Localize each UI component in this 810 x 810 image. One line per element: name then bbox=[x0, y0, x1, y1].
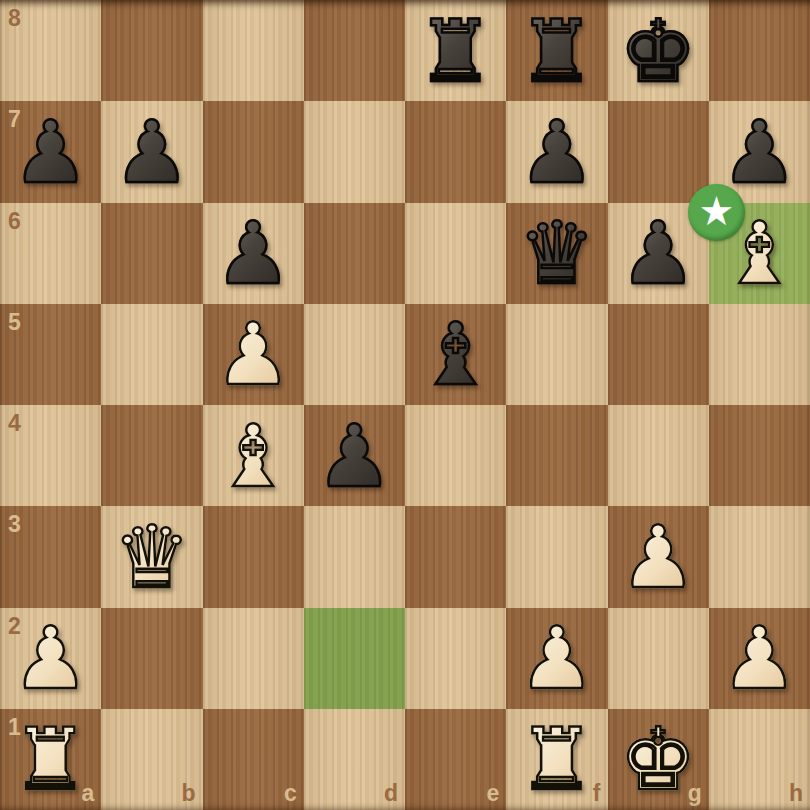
square-e3[interactable] bbox=[405, 506, 506, 607]
white-king[interactable]: ♚ bbox=[608, 709, 709, 810]
square-g2[interactable] bbox=[608, 608, 709, 709]
black-pawn[interactable]: ♟ bbox=[203, 203, 304, 304]
square-b3[interactable]: ♛ bbox=[101, 506, 202, 607]
square-e6[interactable] bbox=[405, 203, 506, 304]
square-b5[interactable] bbox=[101, 304, 202, 405]
white-rook[interactable]: ♜ bbox=[0, 709, 101, 810]
star-icon: ★ bbox=[699, 191, 735, 231]
square-a7[interactable]: 7♟ bbox=[0, 101, 101, 202]
chess-board: 8♜♜♚7♟♟♟♟6♟♛♟♝5♟♝4♝♟3♛♟2♟♟♟1a♜bcdef♜g♚h bbox=[0, 0, 810, 810]
square-b4[interactable] bbox=[101, 405, 202, 506]
black-pawn[interactable]: ♟ bbox=[506, 101, 607, 202]
square-a6[interactable]: 6 bbox=[0, 203, 101, 304]
white-queen[interactable]: ♛ bbox=[101, 506, 202, 607]
square-f8[interactable]: ♜ bbox=[506, 0, 607, 101]
square-b1[interactable]: b bbox=[101, 709, 202, 810]
file-label-c: c bbox=[284, 780, 297, 807]
white-pawn[interactable]: ♟ bbox=[203, 304, 304, 405]
square-e4[interactable] bbox=[405, 405, 506, 506]
square-c6[interactable]: ♟ bbox=[203, 203, 304, 304]
black-king[interactable]: ♚ bbox=[608, 0, 709, 101]
chess-app-stage: 8♜♜♚7♟♟♟♟6♟♛♟♝5♟♝4♝♟3♛♟2♟♟♟1a♜bcdef♜g♚h … bbox=[0, 0, 810, 810]
file-label-d: d bbox=[384, 780, 398, 807]
square-g5[interactable] bbox=[608, 304, 709, 405]
square-e5[interactable]: ♝ bbox=[405, 304, 506, 405]
file-label-h: h bbox=[789, 780, 803, 807]
square-e1[interactable]: e bbox=[405, 709, 506, 810]
square-d6[interactable] bbox=[304, 203, 405, 304]
square-f5[interactable] bbox=[506, 304, 607, 405]
square-a2[interactable]: 2♟ bbox=[0, 608, 101, 709]
black-bishop[interactable]: ♝ bbox=[405, 304, 506, 405]
square-h5[interactable] bbox=[709, 304, 810, 405]
square-c3[interactable] bbox=[203, 506, 304, 607]
square-g4[interactable] bbox=[608, 405, 709, 506]
rank-label-6: 6 bbox=[8, 208, 21, 235]
square-a1[interactable]: 1a♜ bbox=[0, 709, 101, 810]
square-e8[interactable]: ♜ bbox=[405, 0, 506, 101]
black-pawn[interactable]: ♟ bbox=[304, 405, 405, 506]
square-c2[interactable] bbox=[203, 608, 304, 709]
square-f1[interactable]: f♜ bbox=[506, 709, 607, 810]
square-c1[interactable]: c bbox=[203, 709, 304, 810]
square-h8[interactable] bbox=[709, 0, 810, 101]
rank-label-3: 3 bbox=[8, 511, 21, 538]
square-b7[interactable]: ♟ bbox=[101, 101, 202, 202]
square-c5[interactable]: ♟ bbox=[203, 304, 304, 405]
black-pawn[interactable]: ♟ bbox=[0, 101, 101, 202]
square-d2[interactable] bbox=[304, 608, 405, 709]
square-f4[interactable] bbox=[506, 405, 607, 506]
white-rook[interactable]: ♜ bbox=[506, 709, 607, 810]
square-g8[interactable]: ♚ bbox=[608, 0, 709, 101]
square-d3[interactable] bbox=[304, 506, 405, 607]
square-g7[interactable] bbox=[608, 101, 709, 202]
square-f7[interactable]: ♟ bbox=[506, 101, 607, 202]
square-b8[interactable] bbox=[101, 0, 202, 101]
square-a3[interactable]: 3 bbox=[0, 506, 101, 607]
best-move-badge: ★ bbox=[688, 184, 745, 241]
black-queen[interactable]: ♛ bbox=[506, 203, 607, 304]
square-c7[interactable] bbox=[203, 101, 304, 202]
square-f6[interactable]: ♛ bbox=[506, 203, 607, 304]
square-d4[interactable]: ♟ bbox=[304, 405, 405, 506]
white-pawn[interactable]: ♟ bbox=[608, 506, 709, 607]
white-pawn[interactable]: ♟ bbox=[506, 608, 607, 709]
rank-label-4: 4 bbox=[8, 410, 21, 437]
black-rook[interactable]: ♜ bbox=[405, 0, 506, 101]
square-a4[interactable]: 4 bbox=[0, 405, 101, 506]
white-pawn[interactable]: ♟ bbox=[709, 608, 810, 709]
square-h2[interactable]: ♟ bbox=[709, 608, 810, 709]
square-d1[interactable]: d bbox=[304, 709, 405, 810]
square-d8[interactable] bbox=[304, 0, 405, 101]
rank-label-8: 8 bbox=[8, 5, 21, 32]
black-pawn[interactable]: ♟ bbox=[101, 101, 202, 202]
square-c8[interactable] bbox=[203, 0, 304, 101]
square-h1[interactable]: h bbox=[709, 709, 810, 810]
square-h4[interactable] bbox=[709, 405, 810, 506]
square-g1[interactable]: g♚ bbox=[608, 709, 709, 810]
square-f3[interactable] bbox=[506, 506, 607, 607]
square-e2[interactable] bbox=[405, 608, 506, 709]
square-a5[interactable]: 5 bbox=[0, 304, 101, 405]
square-g3[interactable]: ♟ bbox=[608, 506, 709, 607]
file-label-e: e bbox=[486, 780, 499, 807]
black-rook[interactable]: ♜ bbox=[506, 0, 607, 101]
square-e7[interactable] bbox=[405, 101, 506, 202]
square-c4[interactable]: ♝ bbox=[203, 405, 304, 506]
square-d5[interactable] bbox=[304, 304, 405, 405]
white-bishop[interactable]: ♝ bbox=[203, 405, 304, 506]
rank-label-5: 5 bbox=[8, 309, 21, 336]
square-h3[interactable] bbox=[709, 506, 810, 607]
square-b2[interactable] bbox=[101, 608, 202, 709]
square-d7[interactable] bbox=[304, 101, 405, 202]
white-pawn[interactable]: ♟ bbox=[0, 608, 101, 709]
square-b6[interactable] bbox=[101, 203, 202, 304]
file-label-b: b bbox=[181, 780, 195, 807]
square-f2[interactable]: ♟ bbox=[506, 608, 607, 709]
square-a8[interactable]: 8 bbox=[0, 0, 101, 101]
